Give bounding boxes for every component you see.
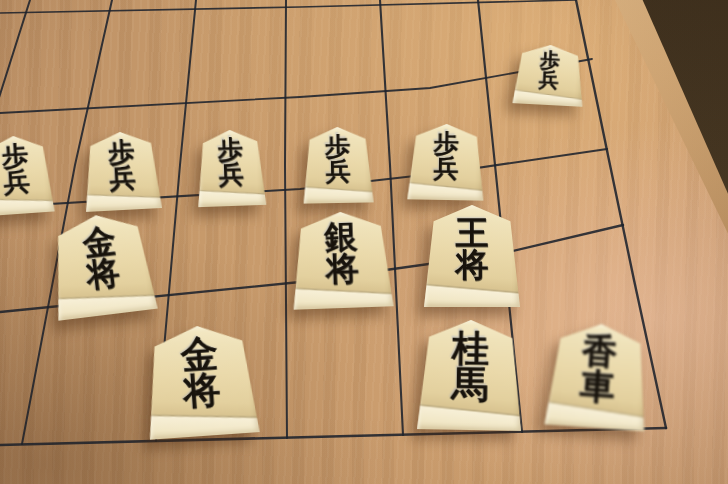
koma-kanji-label: 歩兵 — [196, 134, 266, 191]
kanji-bottom: 兵 — [218, 162, 244, 187]
kanji-bottom: 車 — [579, 368, 616, 405]
kanji-bottom: 将 — [85, 256, 122, 292]
shogi-piece-king-2h[interactable]: 王将 — [424, 205, 520, 307]
koma-kanji-label: 金将 — [47, 216, 155, 300]
kanji-bottom: 兵 — [3, 169, 31, 196]
kanji-bottom: 将 — [456, 249, 489, 281]
koma-kanji-label: 歩兵 — [0, 139, 53, 200]
koma-kanji-label: 歩兵 — [513, 47, 585, 94]
shogi-piece-pawn-2g[interactable]: 歩兵 — [407, 123, 484, 200]
kanji-bottom: 兵 — [325, 159, 350, 184]
shogi-piece-knight-2i[interactable]: 桂馬 — [417, 319, 523, 431]
kanji-top: 王 — [456, 217, 489, 249]
koma-kanji-label: 王将 — [424, 212, 520, 285]
kanji-bottom: 将 — [182, 372, 221, 411]
shogi-piece-pawn-4g[interactable]: 歩兵 — [196, 129, 267, 207]
shogi-piece-silver-3h[interactable]: 銀将 — [290, 210, 393, 309]
koma-kanji-label: 歩兵 — [408, 129, 485, 185]
koma-kanji-label: 銀将 — [291, 217, 393, 290]
koma-kanji-label: 香車 — [546, 328, 651, 410]
shogi-piece-pawn-3g[interactable]: 歩兵 — [302, 126, 373, 203]
kanji-bottom: 兵 — [538, 70, 559, 91]
kanji-bottom: 将 — [325, 253, 359, 286]
kanji-bottom: 兵 — [433, 156, 458, 181]
shogi-piece-gold-4i[interactable]: 金将 — [142, 322, 259, 439]
koma-kanji-label: 金将 — [143, 330, 258, 417]
koma-kanji-label: 歩兵 — [82, 136, 161, 196]
koma-kanji-label: 桂馬 — [417, 327, 522, 408]
shogi-piece-lance-1i[interactable]: 香車 — [544, 321, 651, 432]
shogi-piece-pawn-1f[interactable]: 歩兵 — [512, 43, 585, 107]
pieces-layer: 歩兵歩兵歩兵歩兵歩兵歩兵金将銀将王将金将桂馬香車 — [0, 0, 728, 484]
koma-kanji-label: 歩兵 — [302, 132, 373, 188]
kanji-bottom: 兵 — [109, 165, 136, 192]
shogi-piece-pawn-5g[interactable]: 歩兵 — [82, 130, 162, 212]
kanji-bottom: 馬 — [451, 367, 489, 404]
shogi-photo-stage: 歩兵歩兵歩兵歩兵歩兵歩兵金将銀将王将金将桂馬香車 — [0, 0, 728, 484]
shogi-piece-gold-5h[interactable]: 金将 — [46, 209, 157, 320]
shogi-piece-pawn-6g[interactable]: 歩兵 — [0, 134, 55, 217]
